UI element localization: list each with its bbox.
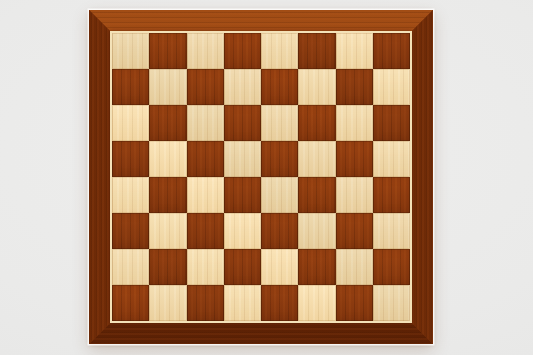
- square-h5: [373, 141, 410, 177]
- square-e5: [261, 141, 298, 177]
- square-e2: [261, 249, 298, 285]
- board-field: [112, 33, 410, 321]
- square-a4: [112, 177, 149, 213]
- square-e3: [261, 213, 298, 249]
- square-b6: [149, 105, 186, 141]
- chess-board: [89, 10, 433, 344]
- square-d3: [224, 213, 261, 249]
- square-d8: [224, 33, 261, 69]
- square-e1: [261, 285, 298, 321]
- square-d5: [224, 141, 261, 177]
- square-g4: [336, 177, 373, 213]
- square-g8: [336, 33, 373, 69]
- square-b5: [149, 141, 186, 177]
- square-h2: [373, 249, 410, 285]
- square-a3: [112, 213, 149, 249]
- square-a6: [112, 105, 149, 141]
- square-f7: [298, 69, 335, 105]
- square-d7: [224, 69, 261, 105]
- square-b3: [149, 213, 186, 249]
- square-g3: [336, 213, 373, 249]
- square-h3: [373, 213, 410, 249]
- square-e4: [261, 177, 298, 213]
- photo-background: [0, 0, 533, 355]
- square-h6: [373, 105, 410, 141]
- square-e6: [261, 105, 298, 141]
- square-a8: [112, 33, 149, 69]
- square-c8: [187, 33, 224, 69]
- square-c3: [187, 213, 224, 249]
- square-h8: [373, 33, 410, 69]
- square-h1: [373, 285, 410, 321]
- square-d6: [224, 105, 261, 141]
- square-a2: [112, 249, 149, 285]
- square-b4: [149, 177, 186, 213]
- square-g7: [336, 69, 373, 105]
- square-d2: [224, 249, 261, 285]
- square-a7: [112, 69, 149, 105]
- square-b7: [149, 69, 186, 105]
- square-c2: [187, 249, 224, 285]
- square-a1: [112, 285, 149, 321]
- square-f6: [298, 105, 335, 141]
- square-f5: [298, 141, 335, 177]
- square-f1: [298, 285, 335, 321]
- square-d1: [224, 285, 261, 321]
- square-h7: [373, 69, 410, 105]
- square-f3: [298, 213, 335, 249]
- square-g5: [336, 141, 373, 177]
- square-g2: [336, 249, 373, 285]
- square-a5: [112, 141, 149, 177]
- square-b2: [149, 249, 186, 285]
- square-c5: [187, 141, 224, 177]
- square-f4: [298, 177, 335, 213]
- square-c1: [187, 285, 224, 321]
- square-f2: [298, 249, 335, 285]
- square-b1: [149, 285, 186, 321]
- square-d4: [224, 177, 261, 213]
- square-c7: [187, 69, 224, 105]
- square-e8: [261, 33, 298, 69]
- square-g6: [336, 105, 373, 141]
- square-g1: [336, 285, 373, 321]
- square-b8: [149, 33, 186, 69]
- square-c6: [187, 105, 224, 141]
- square-e7: [261, 69, 298, 105]
- square-f8: [298, 33, 335, 69]
- square-h4: [373, 177, 410, 213]
- board-inlay-line: [110, 31, 412, 323]
- square-c4: [187, 177, 224, 213]
